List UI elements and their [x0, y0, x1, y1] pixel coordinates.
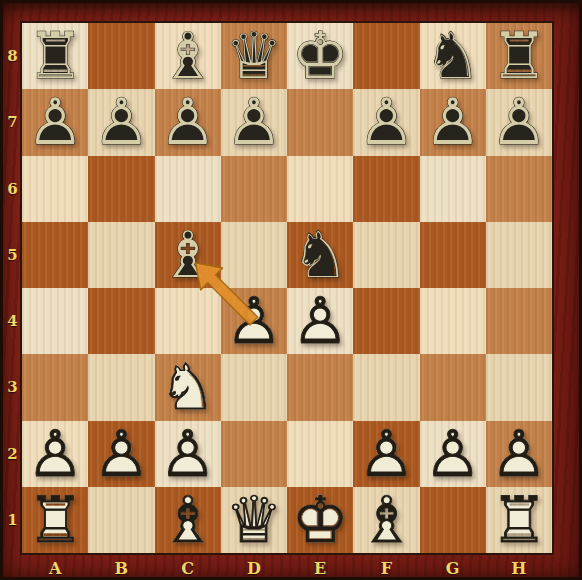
piece-white-pawn[interactable]: ♟♙	[287, 288, 353, 354]
square-h8[interactable]: ♜♖	[486, 23, 552, 89]
square-g8[interactable]: ♞♘	[420, 23, 486, 89]
pawn-glyph-outline: ♙	[420, 421, 486, 487]
piece-white-bishop[interactable]: ♝♗	[353, 487, 419, 553]
square-g1[interactable]	[420, 487, 486, 553]
square-b2[interactable]: ♟♙	[88, 421, 154, 487]
square-g3[interactable]	[420, 354, 486, 420]
rank-labels: 87654321	[3, 23, 22, 553]
square-a2[interactable]: ♟♙	[22, 421, 88, 487]
piece-white-pawn[interactable]: ♟♙	[420, 421, 486, 487]
bishop-glyph-outline: ♗	[155, 487, 221, 553]
piece-black-knight[interactable]: ♞♘	[420, 23, 486, 89]
square-e4[interactable]: ♟♙	[287, 288, 353, 354]
square-h1[interactable]: ♜♖	[486, 487, 552, 553]
square-e1[interactable]: ♚♔	[287, 487, 353, 553]
piece-white-rook[interactable]: ♜♖	[486, 487, 552, 553]
bishop-glyph-outline: ♗	[155, 23, 221, 89]
square-f6[interactable]	[353, 156, 419, 222]
square-e7[interactable]	[287, 89, 353, 155]
file-label-a: A	[22, 555, 88, 580]
piece-white-pawn[interactable]: ♟♙	[353, 421, 419, 487]
file-label-c: C	[155, 555, 221, 580]
square-f7[interactable]: ♟♙	[353, 89, 419, 155]
pawn-glyph-outline: ♙	[486, 421, 552, 487]
piece-white-pawn[interactable]: ♟♙	[155, 421, 221, 487]
knight-glyph-outline: ♘	[155, 354, 221, 420]
file-labels: ABCDEFGH	[22, 555, 552, 580]
file-label-b: B	[88, 555, 154, 580]
piece-black-pawn[interactable]: ♟♙	[486, 89, 552, 155]
pawn-glyph-outline: ♙	[22, 421, 88, 487]
pawn-glyph-outline: ♙	[221, 288, 287, 354]
square-h2[interactable]: ♟♙	[486, 421, 552, 487]
rank-label-8: 8	[3, 23, 22, 89]
piece-white-king[interactable]: ♚♔	[287, 487, 353, 553]
square-d3[interactable]	[221, 354, 287, 420]
square-h7[interactable]: ♟♙	[486, 89, 552, 155]
rank-label-4: 4	[3, 288, 22, 354]
pawn-glyph-outline: ♙	[486, 89, 552, 155]
piece-black-bishop[interactable]: ♝♗	[155, 23, 221, 89]
square-c1[interactable]: ♝♗	[155, 487, 221, 553]
piece-black-knight[interactable]: ♞♘	[287, 222, 353, 288]
piece-black-pawn[interactable]: ♟♙	[221, 89, 287, 155]
square-e6[interactable]	[287, 156, 353, 222]
piece-black-rook[interactable]: ♜♖	[486, 23, 552, 89]
square-b1[interactable]	[88, 487, 154, 553]
square-h3[interactable]	[486, 354, 552, 420]
piece-white-rook[interactable]: ♜♖	[22, 487, 88, 553]
square-d4[interactable]: ♟♙	[221, 288, 287, 354]
square-a3[interactable]	[22, 354, 88, 420]
rook-glyph-outline: ♖	[22, 23, 88, 89]
square-h4[interactable]	[486, 288, 552, 354]
pawn-glyph-outline: ♙	[353, 89, 419, 155]
pawn-glyph-outline: ♙	[88, 89, 154, 155]
square-e8[interactable]: ♚♔	[287, 23, 353, 89]
square-c5[interactable]: ♝♗	[155, 222, 221, 288]
square-g5[interactable]	[420, 222, 486, 288]
square-c8[interactable]: ♝♗	[155, 23, 221, 89]
file-label-h: H	[486, 555, 552, 580]
square-a7[interactable]: ♟♙	[22, 89, 88, 155]
square-b5[interactable]	[88, 222, 154, 288]
pawn-glyph-outline: ♙	[287, 288, 353, 354]
piece-white-queen[interactable]: ♛♕	[221, 487, 287, 553]
rank-label-7: 7	[3, 89, 22, 155]
square-b6[interactable]	[88, 156, 154, 222]
square-g2[interactable]: ♟♙	[420, 421, 486, 487]
queen-glyph-outline: ♕	[221, 487, 287, 553]
square-d6[interactable]	[221, 156, 287, 222]
rank-label-1: 1	[3, 487, 22, 553]
square-f5[interactable]	[353, 222, 419, 288]
rank-label-6: 6	[3, 156, 22, 222]
chess-board: ♜♖♝♗♛♕♚♔♞♘♜♖♟♙♟♙♟♙♟♙♟♙♟♙♟♙♝♗♞♘♟♙♟♙♞♘♟♙♟♙…	[22, 23, 552, 553]
file-label-g: G	[420, 555, 486, 580]
square-g7[interactable]: ♟♙	[420, 89, 486, 155]
pawn-glyph-outline: ♙	[221, 89, 287, 155]
piece-white-bishop[interactable]: ♝♗	[155, 487, 221, 553]
piece-black-queen[interactable]: ♛♕	[221, 23, 287, 89]
pawn-glyph-outline: ♙	[353, 421, 419, 487]
king-glyph-outline: ♔	[287, 487, 353, 553]
piece-black-pawn[interactable]: ♟♙	[155, 89, 221, 155]
square-d2[interactable]	[221, 421, 287, 487]
pawn-glyph-outline: ♙	[88, 421, 154, 487]
knight-glyph-outline: ♘	[420, 23, 486, 89]
square-h6[interactable]	[486, 156, 552, 222]
file-label-d: D	[221, 555, 287, 580]
square-g6[interactable]	[420, 156, 486, 222]
square-d7[interactable]: ♟♙	[221, 89, 287, 155]
rank-label-5: 5	[3, 222, 22, 288]
square-a5[interactable]	[22, 222, 88, 288]
file-label-e: E	[287, 555, 353, 580]
square-c3[interactable]: ♞♘	[155, 354, 221, 420]
square-f3[interactable]	[353, 354, 419, 420]
king-glyph-outline: ♔	[287, 23, 353, 89]
piece-black-king[interactable]: ♚♔	[287, 23, 353, 89]
square-e2[interactable]	[287, 421, 353, 487]
piece-black-pawn[interactable]: ♟♙	[22, 89, 88, 155]
knight-glyph-outline: ♘	[287, 222, 353, 288]
piece-white-pawn[interactable]: ♟♙	[486, 421, 552, 487]
square-b4[interactable]	[88, 288, 154, 354]
square-b3[interactable]	[88, 354, 154, 420]
square-a8[interactable]: ♜♖	[22, 23, 88, 89]
square-c6[interactable]	[155, 156, 221, 222]
square-a6[interactable]	[22, 156, 88, 222]
square-c4[interactable]	[155, 288, 221, 354]
piece-white-pawn[interactable]: ♟♙	[88, 421, 154, 487]
piece-white-knight[interactable]: ♞♘	[155, 354, 221, 420]
square-d5[interactable]	[221, 222, 287, 288]
rook-glyph-outline: ♖	[486, 23, 552, 89]
piece-black-rook[interactable]: ♜♖	[22, 23, 88, 89]
square-f4[interactable]	[353, 288, 419, 354]
square-c7[interactable]: ♟♙	[155, 89, 221, 155]
pawn-glyph-outline: ♙	[420, 89, 486, 155]
rank-label-3: 3	[3, 354, 22, 420]
square-f8[interactable]	[353, 23, 419, 89]
square-d8[interactable]: ♛♕	[221, 23, 287, 89]
piece-black-pawn[interactable]: ♟♙	[420, 89, 486, 155]
file-label-f: F	[353, 555, 419, 580]
square-g4[interactable]	[420, 288, 486, 354]
square-b8[interactable]	[88, 23, 154, 89]
piece-black-pawn[interactable]: ♟♙	[353, 89, 419, 155]
chess-board-frame: ♜♖♝♗♛♕♚♔♞♘♜♖♟♙♟♙♟♙♟♙♟♙♟♙♟♙♝♗♞♘♟♙♟♙♞♘♟♙♟♙…	[0, 0, 582, 580]
piece-black-pawn[interactable]: ♟♙	[88, 89, 154, 155]
pawn-glyph-outline: ♙	[155, 89, 221, 155]
square-e5[interactable]: ♞♘	[287, 222, 353, 288]
queen-glyph-outline: ♕	[221, 23, 287, 89]
square-a1[interactable]: ♜♖	[22, 487, 88, 553]
square-d1[interactable]: ♛♕	[221, 487, 287, 553]
rook-glyph-outline: ♖	[22, 487, 88, 553]
bishop-glyph-outline: ♗	[353, 487, 419, 553]
square-a4[interactable]	[22, 288, 88, 354]
square-h5[interactable]	[486, 222, 552, 288]
piece-white-pawn[interactable]: ♟♙	[22, 421, 88, 487]
pawn-glyph-outline: ♙	[22, 89, 88, 155]
piece-black-bishop[interactable]: ♝♗	[155, 222, 221, 288]
square-f2[interactable]: ♟♙	[353, 421, 419, 487]
square-b7[interactable]: ♟♙	[88, 89, 154, 155]
pawn-glyph-outline: ♙	[155, 421, 221, 487]
bishop-glyph-outline: ♗	[155, 222, 221, 288]
piece-white-pawn[interactable]: ♟♙	[221, 288, 287, 354]
square-e3[interactable]	[287, 354, 353, 420]
square-c2[interactable]: ♟♙	[155, 421, 221, 487]
rook-glyph-outline: ♖	[486, 487, 552, 553]
rank-label-2: 2	[3, 421, 22, 487]
square-f1[interactable]: ♝♗	[353, 487, 419, 553]
